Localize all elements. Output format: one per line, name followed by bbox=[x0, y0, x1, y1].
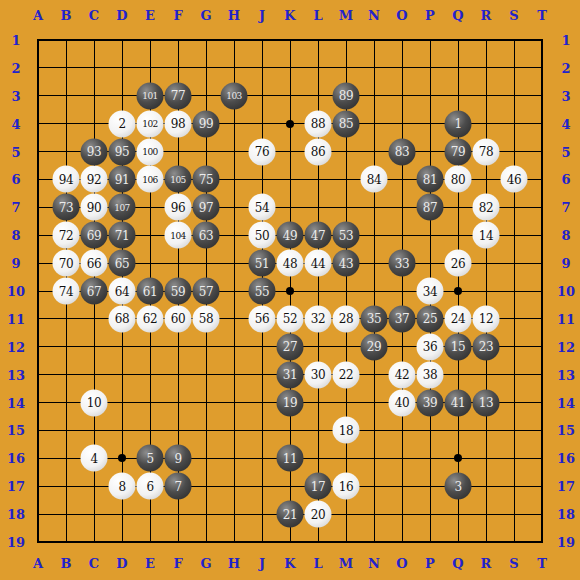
move-number: 80 bbox=[451, 172, 465, 186]
move-number: 40 bbox=[395, 396, 409, 410]
move-number: 24 bbox=[451, 312, 465, 326]
column-label-top: T bbox=[537, 9, 547, 22]
move-number: 74 bbox=[59, 284, 73, 298]
black-stone-65[interactable]: 65 bbox=[109, 250, 136, 277]
move-number: 79 bbox=[451, 145, 465, 159]
column-label-bottom: R bbox=[481, 557, 492, 570]
move-number: 89 bbox=[339, 89, 353, 103]
black-stone-25[interactable]: 25 bbox=[417, 305, 444, 332]
move-number: 46 bbox=[507, 172, 521, 186]
move-number: 43 bbox=[339, 256, 353, 270]
move-number: 90 bbox=[87, 200, 101, 214]
row-label-right: 7 bbox=[561, 201, 570, 214]
white-stone-78[interactable]: 78 bbox=[473, 138, 500, 165]
black-stone-79[interactable]: 79 bbox=[445, 138, 472, 165]
star-point bbox=[286, 120, 294, 128]
column-label-top: H bbox=[228, 9, 240, 22]
white-stone-36[interactable]: 36 bbox=[417, 333, 444, 360]
move-number: 32 bbox=[311, 312, 325, 326]
column-label-top: D bbox=[116, 9, 127, 22]
white-stone-64[interactable]: 64 bbox=[109, 278, 136, 305]
row-label-left: 11 bbox=[7, 312, 25, 325]
white-stone-58[interactable]: 58 bbox=[193, 305, 220, 332]
column-label-bottom: K bbox=[284, 557, 295, 570]
move-number: 66 bbox=[87, 256, 101, 270]
move-number: 29 bbox=[367, 340, 381, 354]
black-stone-37[interactable]: 37 bbox=[389, 305, 416, 332]
black-stone-57[interactable]: 57 bbox=[193, 278, 220, 305]
white-stone-98[interactable]: 98 bbox=[165, 110, 192, 137]
row-label-right: 3 bbox=[561, 89, 570, 102]
row-label-left: 7 bbox=[11, 201, 20, 214]
move-number: 21 bbox=[283, 507, 297, 521]
move-number: 83 bbox=[395, 145, 409, 159]
white-stone-22[interactable]: 22 bbox=[333, 361, 360, 388]
move-number: 92 bbox=[87, 172, 101, 186]
black-stone-107[interactable]: 107 bbox=[109, 194, 136, 221]
move-number: 84 bbox=[367, 172, 381, 186]
move-number: 73 bbox=[59, 200, 73, 214]
white-stone-26[interactable]: 26 bbox=[445, 250, 472, 277]
black-stone-101[interactable]: 101 bbox=[137, 82, 164, 109]
column-label-bottom: D bbox=[116, 557, 127, 570]
row-label-right: 11 bbox=[557, 312, 575, 325]
row-label-left: 9 bbox=[11, 257, 20, 270]
white-stone-48[interactable]: 48 bbox=[277, 250, 304, 277]
black-stone-15[interactable]: 15 bbox=[445, 333, 472, 360]
black-stone-11[interactable]: 11 bbox=[277, 445, 304, 472]
move-number: 93 bbox=[87, 145, 101, 159]
white-stone-4[interactable]: 4 bbox=[81, 445, 108, 472]
move-number: 105 bbox=[170, 174, 186, 184]
white-stone-46[interactable]: 46 bbox=[501, 166, 528, 193]
move-number: 98 bbox=[171, 117, 185, 131]
white-stone-68[interactable]: 68 bbox=[109, 305, 136, 332]
column-label-bottom: O bbox=[396, 557, 407, 570]
grid-vline bbox=[374, 40, 375, 542]
white-stone-70[interactable]: 70 bbox=[53, 250, 80, 277]
move-number: 11 bbox=[283, 451, 297, 465]
black-stone-91[interactable]: 91 bbox=[109, 166, 136, 193]
move-number: 96 bbox=[171, 200, 185, 214]
move-number: 6 bbox=[146, 479, 153, 493]
white-stone-32[interactable]: 32 bbox=[305, 305, 332, 332]
row-label-left: 19 bbox=[7, 536, 25, 549]
white-stone-10[interactable]: 10 bbox=[81, 389, 108, 416]
white-stone-8[interactable]: 8 bbox=[109, 473, 136, 500]
black-stone-9[interactable]: 9 bbox=[165, 445, 192, 472]
move-number: 3 bbox=[454, 479, 461, 493]
move-number: 102 bbox=[142, 119, 158, 129]
white-stone-34[interactable]: 34 bbox=[417, 278, 444, 305]
black-stone-71[interactable]: 71 bbox=[109, 222, 136, 249]
row-label-right: 18 bbox=[557, 508, 575, 521]
move-number: 27 bbox=[283, 340, 297, 354]
column-label-top: E bbox=[145, 9, 155, 22]
row-label-left: 12 bbox=[7, 340, 25, 353]
move-number: 10 bbox=[87, 396, 101, 410]
black-stone-3[interactable]: 3 bbox=[445, 473, 472, 500]
move-number: 33 bbox=[395, 256, 409, 270]
column-label-bottom: A bbox=[33, 557, 43, 570]
move-number: 4 bbox=[90, 451, 97, 465]
move-number: 50 bbox=[255, 228, 269, 242]
move-number: 99 bbox=[199, 117, 213, 131]
column-label-top: G bbox=[200, 9, 211, 22]
white-stone-52[interactable]: 52 bbox=[277, 305, 304, 332]
move-number: 14 bbox=[479, 228, 493, 242]
white-stone-92[interactable]: 92 bbox=[81, 166, 108, 193]
black-stone-93[interactable]: 93 bbox=[81, 138, 108, 165]
row-label-left: 14 bbox=[7, 396, 25, 409]
white-stone-28[interactable]: 28 bbox=[333, 305, 360, 332]
move-number: 56 bbox=[255, 312, 269, 326]
black-stone-63[interactable]: 63 bbox=[193, 222, 220, 249]
move-number: 23 bbox=[479, 340, 493, 354]
white-stone-54[interactable]: 54 bbox=[249, 194, 276, 221]
white-stone-72[interactable]: 72 bbox=[53, 222, 80, 249]
white-stone-30[interactable]: 30 bbox=[305, 361, 332, 388]
move-number: 5 bbox=[146, 451, 153, 465]
row-label-left: 2 bbox=[11, 61, 20, 74]
column-label-bottom: L bbox=[313, 557, 322, 570]
column-label-bottom: J bbox=[259, 557, 265, 570]
row-label-left: 13 bbox=[7, 368, 25, 381]
row-label-right: 13 bbox=[557, 368, 575, 381]
black-stone-23[interactable]: 23 bbox=[473, 333, 500, 360]
black-stone-69[interactable]: 69 bbox=[81, 222, 108, 249]
column-label-top: R bbox=[481, 9, 492, 22]
move-number: 95 bbox=[115, 145, 129, 159]
black-stone-31[interactable]: 31 bbox=[277, 361, 304, 388]
column-label-bottom: N bbox=[368, 557, 380, 570]
move-number: 67 bbox=[87, 284, 101, 298]
column-label-top: A bbox=[33, 9, 43, 22]
column-label-bottom: C bbox=[89, 557, 99, 570]
move-number: 60 bbox=[171, 312, 185, 326]
row-label-left: 1 bbox=[11, 34, 20, 47]
move-number: 59 bbox=[171, 284, 185, 298]
white-stone-12[interactable]: 12 bbox=[473, 305, 500, 332]
black-stone-59[interactable]: 59 bbox=[165, 278, 192, 305]
row-label-right: 10 bbox=[557, 285, 575, 298]
column-label-top: P bbox=[425, 9, 435, 22]
move-number: 31 bbox=[283, 368, 297, 382]
white-stone-76[interactable]: 76 bbox=[249, 138, 276, 165]
column-label-top: C bbox=[89, 9, 99, 22]
row-label-right: 14 bbox=[557, 396, 575, 409]
move-number: 77 bbox=[171, 89, 185, 103]
move-number: 51 bbox=[255, 256, 269, 270]
star-point bbox=[118, 454, 126, 462]
white-stone-88[interactable]: 88 bbox=[305, 110, 332, 137]
move-number: 39 bbox=[423, 396, 437, 410]
white-stone-100[interactable]: 100 bbox=[137, 138, 164, 165]
row-label-right: 8 bbox=[561, 229, 570, 242]
row-label-left: 5 bbox=[11, 145, 20, 158]
column-label-bottom: T bbox=[537, 557, 547, 570]
black-stone-87[interactable]: 87 bbox=[417, 194, 444, 221]
move-number: 15 bbox=[451, 340, 465, 354]
move-number: 47 bbox=[311, 228, 325, 242]
move-number: 71 bbox=[115, 228, 129, 242]
move-number: 78 bbox=[479, 145, 493, 159]
black-stone-89[interactable]: 89 bbox=[333, 82, 360, 109]
column-label-top: Q bbox=[452, 9, 463, 22]
grid-vline bbox=[402, 40, 403, 542]
row-label-left: 3 bbox=[11, 89, 20, 102]
black-stone-105[interactable]: 105 bbox=[165, 166, 192, 193]
column-label-top: O bbox=[396, 9, 407, 22]
move-number: 91 bbox=[115, 172, 129, 186]
white-stone-6[interactable]: 6 bbox=[137, 473, 164, 500]
move-number: 30 bbox=[311, 368, 325, 382]
row-label-right: 6 bbox=[561, 173, 570, 186]
move-number: 58 bbox=[199, 312, 213, 326]
row-label-left: 4 bbox=[11, 117, 20, 130]
black-stone-13[interactable]: 13 bbox=[473, 389, 500, 416]
move-number: 100 bbox=[142, 147, 158, 157]
black-stone-53[interactable]: 53 bbox=[333, 222, 360, 249]
column-label-bottom: F bbox=[173, 557, 182, 570]
row-label-right: 9 bbox=[561, 257, 570, 270]
column-label-bottom: G bbox=[200, 557, 211, 570]
black-stone-83[interactable]: 83 bbox=[389, 138, 416, 165]
column-label-top: L bbox=[313, 9, 322, 22]
white-stone-74[interactable]: 74 bbox=[53, 278, 80, 305]
black-stone-41[interactable]: 41 bbox=[445, 389, 472, 416]
black-stone-49[interactable]: 49 bbox=[277, 222, 304, 249]
black-stone-81[interactable]: 81 bbox=[417, 166, 444, 193]
row-label-left: 8 bbox=[11, 229, 20, 242]
row-label-right: 2 bbox=[561, 61, 570, 74]
move-number: 106 bbox=[142, 174, 158, 184]
column-label-top: F bbox=[173, 9, 182, 22]
move-number: 28 bbox=[339, 312, 353, 326]
row-label-left: 6 bbox=[11, 173, 20, 186]
move-number: 68 bbox=[115, 312, 129, 326]
row-label-left: 10 bbox=[7, 285, 25, 298]
white-stone-62[interactable]: 62 bbox=[137, 305, 164, 332]
black-stone-33[interactable]: 33 bbox=[389, 250, 416, 277]
black-stone-21[interactable]: 21 bbox=[277, 501, 304, 528]
move-number: 13 bbox=[479, 396, 493, 410]
black-stone-75[interactable]: 75 bbox=[193, 166, 220, 193]
row-label-left: 16 bbox=[7, 452, 25, 465]
star-point bbox=[454, 454, 462, 462]
move-number: 53 bbox=[339, 228, 353, 242]
white-stone-18[interactable]: 18 bbox=[333, 417, 360, 444]
move-number: 22 bbox=[339, 368, 353, 382]
black-stone-7[interactable]: 7 bbox=[165, 473, 192, 500]
move-number: 38 bbox=[423, 368, 437, 382]
column-label-top: J bbox=[259, 9, 265, 22]
move-number: 86 bbox=[311, 145, 325, 159]
black-stone-35[interactable]: 35 bbox=[361, 305, 388, 332]
column-label-bottom: S bbox=[509, 557, 518, 570]
move-number: 81 bbox=[423, 172, 437, 186]
row-label-right: 16 bbox=[557, 452, 575, 465]
black-stone-103[interactable]: 103 bbox=[221, 82, 248, 109]
column-label-bottom: P bbox=[425, 557, 435, 570]
white-stone-104[interactable]: 104 bbox=[165, 222, 192, 249]
move-number: 88 bbox=[311, 117, 325, 131]
white-stone-60[interactable]: 60 bbox=[165, 305, 192, 332]
white-stone-14[interactable]: 14 bbox=[473, 222, 500, 249]
column-label-top: K bbox=[284, 9, 295, 22]
white-stone-42[interactable]: 42 bbox=[389, 361, 416, 388]
move-number: 65 bbox=[115, 256, 129, 270]
white-stone-90[interactable]: 90 bbox=[81, 194, 108, 221]
move-number: 61 bbox=[143, 284, 157, 298]
grid-vline bbox=[514, 40, 515, 542]
column-label-top: B bbox=[61, 9, 72, 22]
star-point bbox=[286, 287, 294, 295]
black-stone-73[interactable]: 73 bbox=[53, 194, 80, 221]
move-number: 41 bbox=[451, 396, 465, 410]
move-number: 82 bbox=[479, 200, 493, 214]
move-number: 1 bbox=[454, 117, 461, 131]
column-label-top: S bbox=[509, 9, 518, 22]
move-number: 2 bbox=[118, 117, 125, 131]
star-point bbox=[454, 287, 462, 295]
row-label-right: 1 bbox=[561, 34, 570, 47]
black-stone-51[interactable]: 51 bbox=[249, 250, 276, 277]
grid-vline bbox=[486, 40, 487, 542]
white-stone-38[interactable]: 38 bbox=[417, 361, 444, 388]
move-number: 35 bbox=[367, 312, 381, 326]
black-stone-47[interactable]: 47 bbox=[305, 222, 332, 249]
move-number: 103 bbox=[226, 91, 242, 101]
column-label-bottom: Q bbox=[452, 557, 463, 570]
move-number: 36 bbox=[423, 340, 437, 354]
row-label-right: 19 bbox=[557, 536, 575, 549]
move-number: 76 bbox=[255, 145, 269, 159]
move-number: 17 bbox=[311, 479, 325, 493]
column-label-bottom: M bbox=[339, 557, 353, 570]
move-number: 107 bbox=[114, 202, 130, 212]
move-number: 54 bbox=[255, 200, 269, 214]
black-stone-85[interactable]: 85 bbox=[333, 110, 360, 137]
move-number: 63 bbox=[199, 228, 213, 242]
go-board[interactable]: AABBCCDDEEFFGGHHJJKKLLMMNNOOPPQQRRSSTT11… bbox=[0, 0, 580, 580]
move-number: 34 bbox=[423, 284, 437, 298]
move-number: 69 bbox=[87, 228, 101, 242]
black-stone-19[interactable]: 19 bbox=[277, 389, 304, 416]
white-stone-24[interactable]: 24 bbox=[445, 305, 472, 332]
white-stone-96[interactable]: 96 bbox=[165, 194, 192, 221]
white-stone-106[interactable]: 106 bbox=[137, 166, 164, 193]
move-number: 20 bbox=[311, 507, 325, 521]
column-label-bottom: H bbox=[228, 557, 240, 570]
column-label-top: N bbox=[368, 9, 380, 22]
column-label-top: M bbox=[339, 9, 353, 22]
white-stone-80[interactable]: 80 bbox=[445, 166, 472, 193]
black-stone-1[interactable]: 1 bbox=[445, 110, 472, 137]
row-label-left: 15 bbox=[7, 424, 25, 437]
black-stone-95[interactable]: 95 bbox=[109, 138, 136, 165]
move-number: 8 bbox=[118, 479, 125, 493]
white-stone-84[interactable]: 84 bbox=[361, 166, 388, 193]
move-number: 104 bbox=[170, 230, 186, 240]
move-number: 94 bbox=[59, 172, 73, 186]
white-stone-102[interactable]: 102 bbox=[137, 110, 164, 137]
black-stone-67[interactable]: 67 bbox=[81, 278, 108, 305]
row-label-right: 4 bbox=[561, 117, 570, 130]
column-label-bottom: E bbox=[145, 557, 155, 570]
move-number: 18 bbox=[339, 423, 353, 437]
black-stone-99[interactable]: 99 bbox=[193, 110, 220, 137]
white-stone-66[interactable]: 66 bbox=[81, 250, 108, 277]
black-stone-97[interactable]: 97 bbox=[193, 194, 220, 221]
move-number: 75 bbox=[199, 172, 213, 186]
black-stone-39[interactable]: 39 bbox=[417, 389, 444, 416]
white-stone-20[interactable]: 20 bbox=[305, 501, 332, 528]
move-number: 55 bbox=[255, 284, 269, 298]
move-number: 19 bbox=[283, 396, 297, 410]
move-number: 97 bbox=[199, 200, 213, 214]
grid-vline bbox=[37, 39, 39, 543]
grid-vline bbox=[234, 40, 235, 542]
move-number: 48 bbox=[283, 256, 297, 270]
black-stone-61[interactable]: 61 bbox=[137, 278, 164, 305]
move-number: 44 bbox=[311, 256, 325, 270]
move-number: 9 bbox=[174, 451, 181, 465]
black-stone-17[interactable]: 17 bbox=[305, 473, 332, 500]
move-number: 57 bbox=[199, 284, 213, 298]
move-number: 7 bbox=[174, 479, 181, 493]
black-stone-27[interactable]: 27 bbox=[277, 333, 304, 360]
white-stone-94[interactable]: 94 bbox=[53, 166, 80, 193]
move-number: 37 bbox=[395, 312, 409, 326]
white-stone-86[interactable]: 86 bbox=[305, 138, 332, 165]
move-number: 85 bbox=[339, 117, 353, 131]
grid-vline bbox=[541, 39, 543, 543]
black-stone-77[interactable]: 77 bbox=[165, 82, 192, 109]
move-number: 26 bbox=[451, 256, 465, 270]
white-stone-44[interactable]: 44 bbox=[305, 250, 332, 277]
move-number: 25 bbox=[423, 312, 437, 326]
black-stone-43[interactable]: 43 bbox=[333, 250, 360, 277]
white-stone-50[interactable]: 50 bbox=[249, 222, 276, 249]
row-label-right: 5 bbox=[561, 145, 570, 158]
white-stone-16[interactable]: 16 bbox=[333, 473, 360, 500]
column-label-bottom: B bbox=[61, 557, 72, 570]
move-number: 16 bbox=[339, 479, 353, 493]
move-number: 87 bbox=[423, 200, 437, 214]
move-number: 42 bbox=[395, 368, 409, 382]
row-label-left: 17 bbox=[7, 480, 25, 493]
move-number: 62 bbox=[143, 312, 157, 326]
row-label-right: 12 bbox=[557, 340, 575, 353]
white-stone-2[interactable]: 2 bbox=[109, 110, 136, 137]
white-stone-56[interactable]: 56 bbox=[249, 305, 276, 332]
row-label-left: 18 bbox=[7, 508, 25, 521]
move-number: 52 bbox=[283, 312, 297, 326]
move-number: 49 bbox=[283, 228, 297, 242]
white-stone-82[interactable]: 82 bbox=[473, 194, 500, 221]
move-number: 64 bbox=[115, 284, 129, 298]
black-stone-5[interactable]: 5 bbox=[137, 445, 164, 472]
move-number: 72 bbox=[59, 228, 73, 242]
row-label-right: 17 bbox=[557, 480, 575, 493]
white-stone-40[interactable]: 40 bbox=[389, 389, 416, 416]
black-stone-29[interactable]: 29 bbox=[361, 333, 388, 360]
move-number: 70 bbox=[59, 256, 73, 270]
move-number: 12 bbox=[479, 312, 493, 326]
move-number: 101 bbox=[142, 91, 158, 101]
black-stone-55[interactable]: 55 bbox=[249, 278, 276, 305]
